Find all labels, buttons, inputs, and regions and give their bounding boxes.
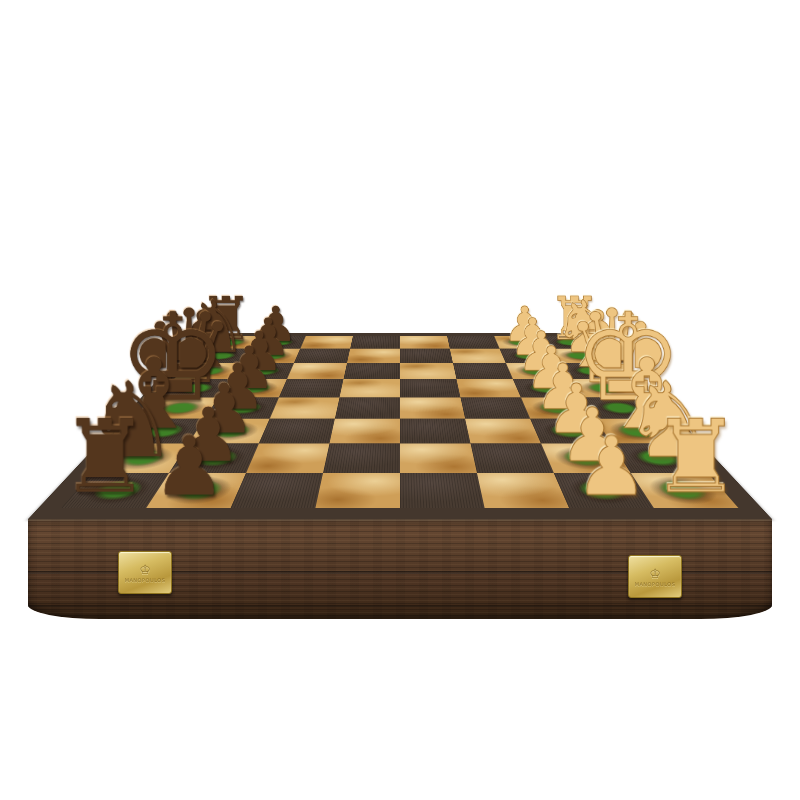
square-a2: ♟ bbox=[494, 336, 549, 349]
square-e5 bbox=[335, 398, 400, 419]
square-a5 bbox=[350, 336, 400, 349]
square-e1: ♚ bbox=[582, 398, 661, 419]
square-d5 bbox=[339, 379, 400, 397]
square-g3 bbox=[471, 444, 554, 473]
square-d6 bbox=[279, 379, 344, 397]
felt-base bbox=[254, 351, 289, 360]
board-scene: ♜♟♟♜♞♟♟♞♝♟♟♝♛♟♟♛♚♟♟♚♝♟♟♝♞♟♟♞♜♟♟♜ bbox=[28, 333, 772, 519]
case-front: ♔ MANOPOULOS ♔ MANOPOULOS bbox=[28, 519, 772, 619]
square-f3 bbox=[465, 419, 541, 444]
square-h6 bbox=[231, 473, 323, 508]
square-g4 bbox=[400, 444, 477, 473]
square-b4 bbox=[400, 349, 453, 363]
square-f5 bbox=[329, 419, 400, 444]
brass-clasp-right: ♔ MANOPOULOS bbox=[628, 555, 682, 598]
square-b1: ♞ bbox=[550, 349, 612, 363]
square-h2: ♟ bbox=[554, 473, 654, 508]
square-h7: ♟ bbox=[146, 473, 246, 508]
case-top-edge bbox=[28, 519, 772, 521]
square-h3 bbox=[477, 473, 569, 508]
brass-clasp-left: ♔ MANOPOULOS bbox=[118, 551, 172, 594]
square-c5 bbox=[344, 363, 400, 379]
black-knight-b8: ♞ bbox=[166, 291, 263, 363]
square-b5 bbox=[347, 349, 400, 363]
square-c4 bbox=[400, 363, 456, 379]
square-c1: ♝ bbox=[559, 363, 626, 379]
crown-logo-icon: ♔ bbox=[649, 567, 661, 580]
square-h5 bbox=[315, 473, 400, 508]
square-f4 bbox=[400, 419, 471, 444]
square-e3 bbox=[461, 398, 531, 419]
square-d7: ♟ bbox=[218, 379, 287, 397]
white-knight-b1: ♞ bbox=[536, 291, 633, 363]
chess-set-photo: ♜♟♟♜♞♟♟♞♝♟♟♝♛♟♟♛♚♟♟♚♝♟♟♝♞♟♟♞♜♟♟♜ ♔ MANOP… bbox=[0, 0, 800, 800]
square-g5 bbox=[323, 444, 400, 473]
square-a8: ♜ bbox=[201, 336, 259, 349]
square-c7: ♟ bbox=[231, 363, 295, 379]
square-a6 bbox=[300, 336, 353, 349]
square-b7: ♟ bbox=[241, 349, 300, 363]
square-f6 bbox=[259, 419, 335, 444]
square-c3 bbox=[453, 363, 513, 379]
square-f1: ♝ bbox=[595, 419, 682, 444]
square-d1: ♛ bbox=[569, 379, 642, 397]
square-e2: ♟ bbox=[521, 398, 595, 419]
board: ♜♟♟♜♞♟♟♞♝♟♟♝♛♟♟♛♚♟♟♚♝♟♟♝♞♟♟♞♜♟♟♜ bbox=[28, 333, 772, 519]
square-d4 bbox=[400, 379, 461, 397]
square-a3 bbox=[447, 336, 500, 349]
square-b3 bbox=[450, 349, 506, 363]
crown-logo-icon: ♔ bbox=[139, 563, 151, 576]
square-a4 bbox=[400, 336, 450, 349]
clasp-brand-label: MANOPOULOS bbox=[125, 577, 166, 583]
square-f7: ♟ bbox=[188, 419, 269, 444]
square-c6 bbox=[287, 363, 347, 379]
square-d3 bbox=[456, 379, 521, 397]
case-groove bbox=[28, 605, 772, 607]
square-e4 bbox=[400, 398, 465, 419]
square-a1: ♜ bbox=[541, 336, 599, 349]
square-e6 bbox=[270, 398, 340, 419]
square-h4 bbox=[400, 473, 485, 508]
square-e7: ♟ bbox=[205, 398, 279, 419]
square-g6 bbox=[246, 444, 329, 473]
square-b6 bbox=[294, 349, 350, 363]
clasp-brand-label: MANOPOULOS bbox=[635, 581, 676, 587]
square-a7: ♟ bbox=[250, 336, 305, 349]
